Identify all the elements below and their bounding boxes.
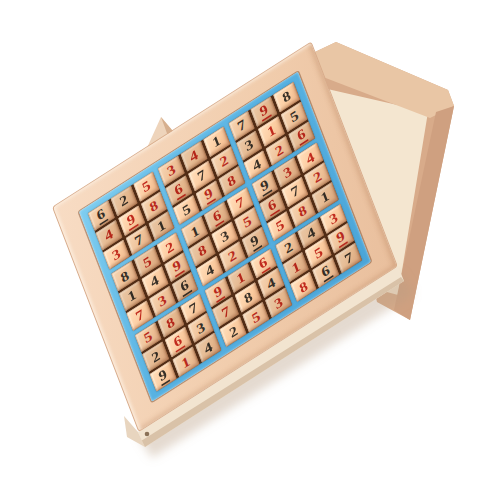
tile-digit: 9: [170, 257, 184, 277]
tile-digit: 3: [281, 163, 295, 181]
tile-digit: 1: [155, 217, 169, 235]
tile-digit: 9: [202, 185, 216, 205]
tile-digit: 8: [225, 172, 239, 190]
tile-digit: 4: [148, 273, 162, 291]
tile-digit: 2: [227, 323, 241, 341]
tile-digit: 5: [287, 108, 301, 126]
tile-digit: 9: [156, 366, 170, 386]
tile-digit: 4: [304, 224, 318, 242]
tile-digit: 7: [195, 167, 209, 185]
tile-digit: 1: [265, 122, 279, 140]
tile-digit: 8: [147, 197, 161, 215]
tile-digit: 7: [342, 249, 356, 267]
tile-digit: 6: [265, 196, 279, 216]
tile-digit: 6: [295, 126, 309, 146]
tile-digit: 4: [250, 156, 264, 174]
tile-digit: 7: [288, 183, 302, 201]
tile-digit: 9: [257, 101, 271, 121]
product-photo-stage: 6254983713416725987983154268521497361678…: [0, 0, 500, 500]
tile-digit: 3: [194, 319, 208, 337]
tile-digit: 2: [163, 239, 177, 257]
tile-digit: 4: [303, 149, 317, 167]
tile-digit: 5: [241, 213, 255, 231]
tile-digit: 3: [218, 228, 232, 246]
tile-digit: 9: [124, 211, 138, 231]
tile-digit: 2: [311, 168, 325, 186]
tile-digit: 6: [256, 254, 270, 274]
tile-digit: 9: [211, 282, 225, 302]
tile-digit: 2: [149, 348, 163, 366]
tile-digit: 2: [226, 247, 240, 265]
tile-digit: 6: [94, 205, 108, 225]
tile-digit: 2: [282, 239, 296, 257]
tile-digit: 7: [219, 303, 233, 321]
tile-digit: 9: [258, 177, 272, 197]
tile-digit: 1: [179, 353, 193, 371]
tile-digit: 3: [242, 136, 256, 154]
tile-digit: 4: [102, 226, 116, 244]
tile-digit: 6: [210, 207, 224, 227]
tile-digit: 2: [272, 141, 286, 159]
tile-digit: 8: [297, 278, 311, 296]
tile-digit: 6: [171, 332, 185, 352]
tile-digit: 7: [133, 306, 147, 324]
tile-digit: 5: [141, 328, 155, 346]
tile-digit: 3: [110, 246, 124, 264]
tile-digit: 8: [296, 202, 310, 220]
tile-digit: 3: [165, 162, 179, 180]
tile-digit: 5: [140, 253, 154, 271]
tile-digit: 1: [210, 133, 224, 151]
tile-digit: 8: [196, 242, 210, 260]
tile-digit: 9: [248, 232, 262, 252]
tile-digit: 1: [234, 269, 248, 287]
tile-digit: 9: [334, 228, 348, 248]
tile-digit: 4: [187, 147, 201, 165]
tile-digit: 8: [242, 289, 256, 307]
tile-digit: 2: [217, 152, 231, 170]
tile-digit: 7: [132, 231, 146, 249]
tile-digit: 5: [273, 217, 287, 235]
tile-digit: 2: [117, 192, 131, 210]
tile-digit: 8: [280, 88, 294, 106]
corner-screw: [145, 432, 150, 437]
tile-digit: 5: [312, 244, 326, 262]
tile-digit: 7: [233, 194, 247, 212]
tile-digit: 4: [264, 274, 278, 292]
tile-digit: 3: [272, 294, 286, 312]
tile-digit: 6: [319, 262, 333, 282]
tile-digit: 6: [172, 180, 186, 200]
tile-digit: 8: [164, 314, 178, 332]
tile-digit: 5: [180, 201, 194, 219]
tile-digit: 7: [235, 117, 249, 135]
tile-digit: 3: [327, 210, 341, 228]
tile-digit: 7: [186, 299, 200, 317]
tile-digit: 1: [125, 287, 139, 305]
tile-digit: 6: [178, 277, 192, 297]
tile-digit: 1: [188, 223, 202, 241]
tile-digit: 1: [318, 188, 332, 206]
tile-digit: 3: [155, 292, 169, 310]
tile-digit: 5: [249, 308, 263, 326]
tile-digit: 8: [118, 267, 132, 285]
tile-digit: 4: [203, 262, 217, 280]
tile-digit: 4: [201, 339, 215, 357]
tile-digit: 5: [140, 178, 154, 196]
tile-digit: 1: [289, 258, 303, 276]
